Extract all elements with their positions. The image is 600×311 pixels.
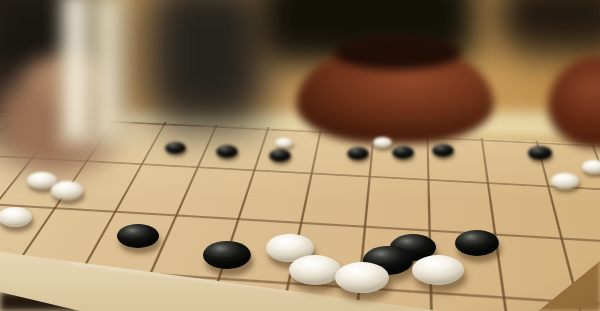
stone-white	[582, 160, 600, 174]
stone-black	[392, 146, 414, 159]
stone-white	[335, 262, 389, 293]
stones-layer	[0, 0, 600, 311]
stone-black	[269, 149, 291, 162]
stone-white	[289, 255, 341, 285]
stone-black	[203, 241, 251, 269]
stone-black	[216, 145, 238, 158]
stone-black	[165, 142, 186, 154]
stone-white	[412, 255, 464, 285]
stone-black	[117, 224, 159, 248]
stone-black	[347, 147, 369, 160]
stone-black	[455, 230, 499, 256]
stone-black	[432, 144, 454, 157]
stone-white	[275, 138, 293, 148]
stone-black	[528, 146, 552, 160]
stone-white	[373, 137, 392, 148]
photo-go-game	[0, 0, 600, 311]
stone-white	[551, 173, 579, 189]
stone-white	[0, 207, 32, 227]
stone-white	[51, 181, 83, 200]
